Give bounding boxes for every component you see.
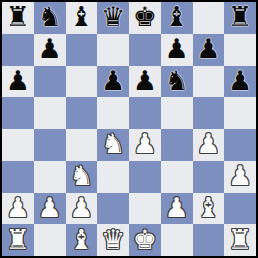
square-a1[interactable]: ♜ (2, 224, 34, 256)
square-c7[interactable] (66, 34, 98, 66)
square-f4[interactable] (161, 129, 193, 161)
white-pawn[interactable]: ♟ (38, 194, 62, 221)
white-pawn[interactable]: ♟ (6, 194, 30, 221)
square-e5[interactable] (129, 97, 161, 129)
square-a7[interactable] (2, 34, 34, 66)
square-h5[interactable] (224, 97, 256, 129)
white-queen[interactable]: ♛ (101, 226, 125, 253)
square-b5[interactable] (34, 97, 66, 129)
square-g5[interactable] (193, 97, 225, 129)
white-knight[interactable]: ♞ (101, 130, 125, 157)
white-pawn[interactable]: ♟ (69, 194, 93, 221)
square-b6[interactable] (34, 66, 66, 98)
square-a3[interactable] (2, 161, 34, 193)
square-e8[interactable]: ♚ (129, 2, 161, 34)
square-d5[interactable] (97, 97, 129, 129)
square-c6[interactable] (66, 66, 98, 98)
square-b8[interactable]: ♞ (34, 2, 66, 34)
black-pawn[interactable]: ♟ (133, 67, 157, 94)
square-d6[interactable]: ♟ (97, 66, 129, 98)
square-f1[interactable] (161, 224, 193, 256)
square-a5[interactable] (2, 97, 34, 129)
square-e3[interactable] (129, 161, 161, 193)
square-d7[interactable] (97, 34, 129, 66)
black-king[interactable]: ♚ (133, 3, 157, 30)
black-knight[interactable]: ♞ (165, 67, 189, 94)
square-g3[interactable] (193, 161, 225, 193)
square-c8[interactable]: ♝ (66, 2, 98, 34)
black-rook[interactable]: ♜ (228, 3, 252, 30)
square-h8[interactable]: ♜ (224, 2, 256, 34)
square-f8[interactable]: ♝ (161, 2, 193, 34)
square-d1[interactable]: ♛ (97, 224, 129, 256)
black-pawn[interactable]: ♟ (101, 67, 125, 94)
black-rook[interactable]: ♜ (6, 3, 30, 30)
white-king[interactable]: ♚ (133, 226, 157, 253)
square-d3[interactable] (97, 161, 129, 193)
square-b1[interactable] (34, 224, 66, 256)
square-h1[interactable]: ♜ (224, 224, 256, 256)
square-d2[interactable] (97, 193, 129, 225)
black-bishop[interactable]: ♝ (165, 3, 189, 30)
black-knight[interactable]: ♞ (38, 3, 62, 30)
square-g1[interactable] (193, 224, 225, 256)
square-e6[interactable]: ♟ (129, 66, 161, 98)
black-pawn[interactable]: ♟ (196, 35, 220, 62)
square-f3[interactable] (161, 161, 193, 193)
black-queen[interactable]: ♛ (101, 3, 125, 30)
square-b3[interactable] (34, 161, 66, 193)
black-pawn[interactable]: ♟ (165, 35, 189, 62)
white-knight[interactable]: ♞ (69, 162, 93, 189)
square-d4[interactable]: ♞ (97, 129, 129, 161)
white-pawn[interactable]: ♟ (165, 194, 189, 221)
square-c2[interactable]: ♟ (66, 193, 98, 225)
square-c4[interactable] (66, 129, 98, 161)
white-pawn[interactable]: ♟ (133, 130, 157, 157)
black-pawn[interactable]: ♟ (6, 67, 30, 94)
square-h4[interactable] (224, 129, 256, 161)
square-f6[interactable]: ♞ (161, 66, 193, 98)
square-h6[interactable]: ♟ (224, 66, 256, 98)
square-a4[interactable] (2, 129, 34, 161)
square-d8[interactable]: ♛ (97, 2, 129, 34)
white-rook[interactable]: ♜ (228, 226, 252, 253)
square-e1[interactable]: ♚ (129, 224, 161, 256)
white-pawn[interactable]: ♟ (228, 162, 252, 189)
black-bishop[interactable]: ♝ (69, 3, 93, 30)
square-g7[interactable]: ♟ (193, 34, 225, 66)
square-b7[interactable]: ♟ (34, 34, 66, 66)
square-a6[interactable]: ♟ (2, 66, 34, 98)
white-bishop[interactable]: ♝ (69, 226, 93, 253)
square-h3[interactable]: ♟ (224, 161, 256, 193)
square-a2[interactable]: ♟ (2, 193, 34, 225)
square-f2[interactable]: ♟ (161, 193, 193, 225)
square-b2[interactable]: ♟ (34, 193, 66, 225)
square-h2[interactable] (224, 193, 256, 225)
square-e4[interactable]: ♟ (129, 129, 161, 161)
square-g4[interactable]: ♟ (193, 129, 225, 161)
square-g6[interactable] (193, 66, 225, 98)
chess-board: ♜♞♝♛♚♝♜♟♟♟♟♟♟♞♟♞♟♟♞♟♟♟♟♟♝♜♝♛♚♜ (0, 0, 258, 258)
square-b4[interactable] (34, 129, 66, 161)
square-e7[interactable] (129, 34, 161, 66)
square-c3[interactable]: ♞ (66, 161, 98, 193)
square-g2[interactable]: ♝ (193, 193, 225, 225)
square-c5[interactable] (66, 97, 98, 129)
square-f7[interactable]: ♟ (161, 34, 193, 66)
square-e2[interactable] (129, 193, 161, 225)
white-bishop[interactable]: ♝ (196, 194, 220, 221)
square-f5[interactable] (161, 97, 193, 129)
square-g8[interactable] (193, 2, 225, 34)
square-h7[interactable] (224, 34, 256, 66)
square-c1[interactable]: ♝ (66, 224, 98, 256)
white-rook[interactable]: ♜ (6, 226, 30, 253)
black-pawn[interactable]: ♟ (38, 35, 62, 62)
white-pawn[interactable]: ♟ (196, 130, 220, 157)
square-a8[interactable]: ♜ (2, 2, 34, 34)
black-pawn[interactable]: ♟ (228, 67, 252, 94)
